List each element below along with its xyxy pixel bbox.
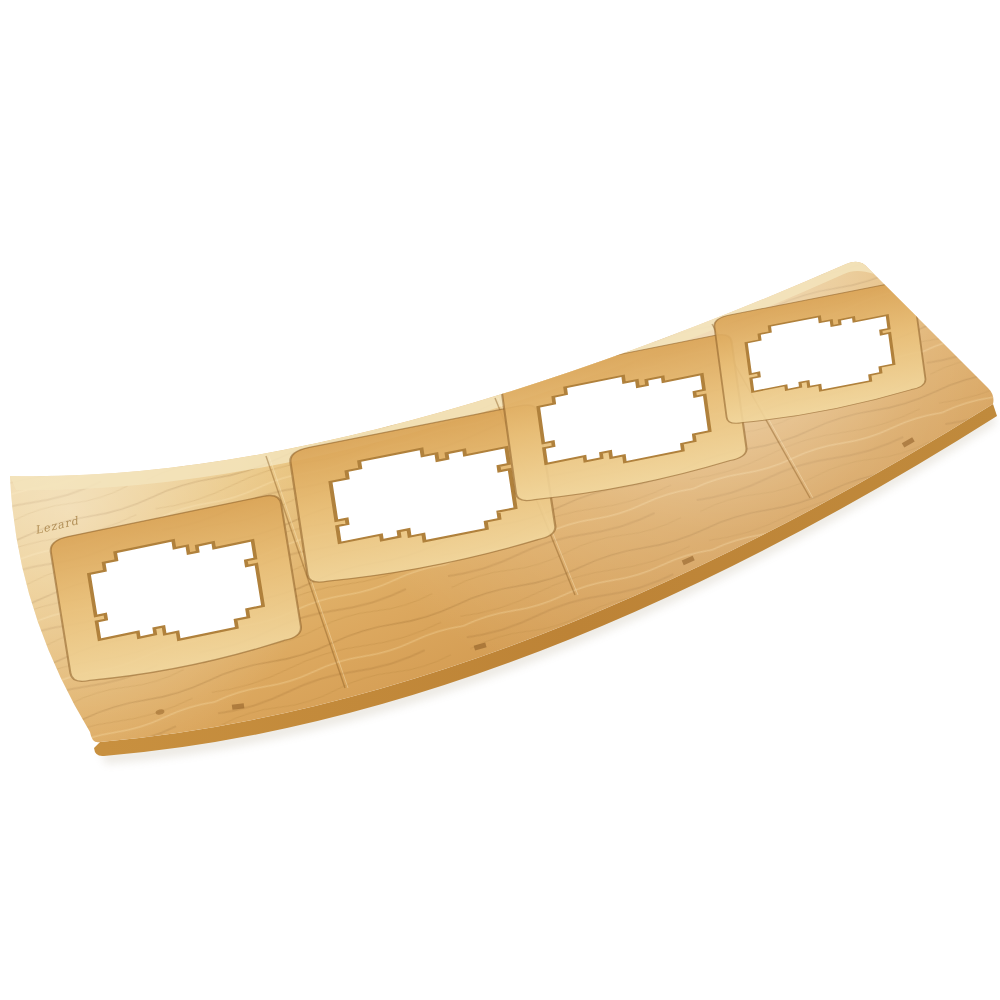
- product-photo: Lezard: [0, 0, 1000, 1000]
- switch-frame-photo: Lezard: [0, 0, 1000, 1000]
